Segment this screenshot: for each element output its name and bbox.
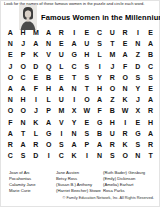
grid-cell-r9-c3[interactable]: K <box>30 117 43 128</box>
grid-cell-r6-c12[interactable]: E <box>144 83 157 94</box>
grid-cell-r4-c1[interactable]: J <box>4 61 17 72</box>
grid-cell-r6-c9[interactable]: O <box>106 83 119 94</box>
grid-cell-r11-c3[interactable]: R <box>30 139 43 150</box>
grid-cell-r9-c2[interactable]: N <box>17 117 30 128</box>
grid-cell-r3-c1[interactable]: E <box>4 49 17 60</box>
grid-cell-r5-c9[interactable]: R <box>106 72 119 83</box>
grid-cell-r2-c1[interactable]: N <box>4 38 17 49</box>
grid-cell-r12-c1[interactable]: C <box>4 150 17 161</box>
grid-cell-r1-c3[interactable]: M <box>30 27 43 38</box>
grid-cell-r11-c6[interactable]: A <box>68 139 81 150</box>
grid-cell-r6-c10[interactable]: N <box>119 83 132 94</box>
grid-cell-r7-c2[interactable]: H <box>17 94 30 105</box>
grid-cell-r1-c5[interactable]: R <box>55 27 68 38</box>
grid-cell-r10-c11[interactable]: G <box>132 128 145 139</box>
grid-cell-r7-c3[interactable]: I <box>30 94 43 105</box>
grid-cell-r1-c8[interactable]: C <box>93 27 106 38</box>
grid-cell-r4-c9[interactable]: J <box>106 61 119 72</box>
grid-cell-r5-c8[interactable]: Y <box>93 72 106 83</box>
grid-cell-r1-c9[interactable]: U <box>106 27 119 38</box>
grid-cell-r5-c1[interactable]: O <box>4 72 17 83</box>
grid-cell-r3-c10[interactable]: A <box>119 49 132 60</box>
grid-cell-r5-c11[interactable]: S <box>132 72 145 83</box>
grid-cell-r1-c12[interactable]: E <box>144 27 157 38</box>
grid-cell-r8-c12[interactable]: R <box>144 105 157 116</box>
grid-cell-r11-c11[interactable]: S <box>132 139 145 150</box>
grid-cell-r5-c7[interactable]: S <box>81 72 94 83</box>
grid-cell-r12-c7[interactable]: I <box>81 150 94 161</box>
grid-cell-r9-c4[interactable]: A <box>42 117 55 128</box>
grid-cell-r3-c4[interactable]: V <box>42 49 55 60</box>
grid-cell-r2-c12[interactable]: A <box>144 38 157 49</box>
grid-cell-r4-c8[interactable]: I <box>93 61 106 72</box>
grid-cell-r7-c10[interactable]: K <box>119 94 132 105</box>
grid-cell-r2-c11[interactable]: N <box>132 38 145 49</box>
grid-cell-r5-c4[interactable]: B <box>42 72 55 83</box>
word-list-item: Rosa Parks <box>103 188 157 194</box>
grid-cell-r6-c11[interactable]: Y <box>132 83 145 94</box>
grid-cell-r4-c2[interactable]: O <box>17 61 30 72</box>
grid-cell-r8-c3[interactable]: J <box>30 105 43 116</box>
grid-cell-r10-c2[interactable]: T <box>17 128 30 139</box>
grid-cell-r7-c1[interactable]: N <box>4 94 17 105</box>
grid-cell-r10-c6[interactable]: N <box>68 128 81 139</box>
grid-cell-r10-c8[interactable]: B <box>93 128 106 139</box>
grid-cell-r11-c9[interactable]: R <box>106 139 119 150</box>
grid-cell-r2-c3[interactable]: A <box>30 38 43 49</box>
word-list-column-2: Jane AustenBetsy Ross(Susan B.) Anthony(… <box>56 170 103 194</box>
grid-cell-r8-c10[interactable]: W <box>119 105 132 116</box>
grid-cell-r6-c1[interactable]: A <box>4 83 17 94</box>
grid-cell-r3-c8[interactable]: L <box>93 49 106 60</box>
grid-cell-r12-c8[interactable]: N <box>93 150 106 161</box>
word-list-column-1: Joan of ArcPocahontasCalamity JaneMarie … <box>9 170 56 194</box>
grid-cell-r10-c4[interactable]: G <box>42 128 55 139</box>
grid-cell-r8-c2[interactable]: O <box>17 105 30 116</box>
grid-cell-r4-c4[interactable]: Q <box>42 61 55 72</box>
grid-cell-r9-c10[interactable]: I <box>119 117 132 128</box>
word-list: Joan of ArcPocahontasCalamity JaneMarie … <box>9 170 157 194</box>
grid-cell-r1-c10[interactable]: R <box>119 27 132 38</box>
grid-cell-r4-c7[interactable]: S <box>81 61 94 72</box>
grid-cell-r10-c12[interactable]: A <box>144 128 157 139</box>
grid-cell-r2-c4[interactable]: N <box>42 38 55 49</box>
grid-cell-r3-c2[interactable]: P <box>17 49 30 60</box>
grid-cell-r4-c12[interactable]: C <box>144 61 157 72</box>
grid-cell-r12-c2[interactable]: S <box>17 150 30 161</box>
grid-cell-r7-c5[interactable]: U <box>55 94 68 105</box>
grid-cell-r3-c9[interactable]: M <box>106 49 119 60</box>
grid-cell-r2-c10[interactable]: E <box>119 38 132 49</box>
grid-cell-r12-c11[interactable]: N <box>132 150 145 161</box>
grid-cell-r12-c4[interactable]: I <box>42 150 55 161</box>
grid-cell-r6-c2[interactable]: A <box>17 83 30 94</box>
grid-cell-r9-c8[interactable]: G <box>93 117 106 128</box>
grid-cell-r11-c2[interactable]: A <box>17 139 30 150</box>
grid-cell-r9-c5[interactable]: V <box>55 117 68 128</box>
grid-cell-r2-c2[interactable]: J <box>17 38 30 49</box>
grid-cell-r4-c11[interactable]: D <box>132 61 145 72</box>
grid-cell-r11-c12[interactable]: R <box>144 139 157 150</box>
grid-cell-r1-c2[interactable]: H <box>17 27 30 38</box>
grid-cell-r5-c12[interactable]: S <box>144 72 157 83</box>
grid-cell-r10-c1[interactable]: A <box>4 128 17 139</box>
grid-cell-r2-c6[interactable]: A <box>68 38 81 49</box>
grid-cell-r7-c7[interactable]: O <box>81 94 94 105</box>
grid-cell-r9-c6[interactable]: Y <box>68 117 81 128</box>
worksheet-page: Look for the names of these famous women… <box>0 0 160 207</box>
grid-cell-r1-c4[interactable]: A <box>42 27 55 38</box>
grid-cell-r7-c11[interactable]: J <box>132 94 145 105</box>
grid-cell-r9-c11[interactable]: E <box>132 117 145 128</box>
grid-cell-r9-c7[interactable]: E <box>81 117 94 128</box>
grid-cell-r11-c7[interactable]: P <box>81 139 94 150</box>
copyright-text: © Family Education Network, Inc. All Rig… <box>63 196 154 200</box>
grid-cell-r3-c3[interactable]: K <box>30 49 43 60</box>
grid-cell-r5-c5[interactable]: E <box>55 72 68 83</box>
grid-cell-r12-c9[interactable]: S <box>106 150 119 161</box>
word-list-column-3: (Ruth Bader) Ginsburg(Emily) Dickinson(A… <box>103 170 157 194</box>
grid-cell-r2-c9[interactable]: T <box>106 38 119 49</box>
grid-cell-r8-c9[interactable]: B <box>106 105 119 116</box>
grid-cell-r1-c1[interactable]: A <box>4 27 17 38</box>
page-title: Famous Women in the Millennium <box>41 5 160 22</box>
grid-cell-r8-c5[interactable]: M <box>55 105 68 116</box>
grid-cell-r12-c6[interactable]: K <box>68 150 81 161</box>
grid-cell-r9-c9[interactable]: H <box>106 117 119 128</box>
grid-cell-r3-c6[interactable]: G <box>68 49 81 60</box>
word-list-item: Marie Curie <box>9 188 56 194</box>
grid-cell-r6-c8[interactable]: H <box>93 83 106 94</box>
grid-cell-r7-c8[interactable]: A <box>93 94 106 105</box>
grid-cell-r3-c5[interactable]: U <box>55 49 68 60</box>
grid-cell-r4-c10[interactable]: F <box>119 61 132 72</box>
grid-cell-r8-c11[interactable]: X <box>132 105 145 116</box>
grid-cell-r4-c3[interactable]: D <box>30 61 43 72</box>
grid-cell-r6-c4[interactable]: H <box>42 83 55 94</box>
grid-cell-r3-c12[interactable]: B <box>144 49 157 60</box>
grid-cell-r6-c5[interactable]: A <box>55 83 68 94</box>
grid-cell-r10-c5[interactable]: I <box>55 128 68 139</box>
grid-cell-r12-c5[interactable]: C <box>55 150 68 161</box>
grid-cell-r10-c7[interactable]: S <box>81 128 94 139</box>
grid-cell-r5-c3[interactable]: E <box>30 72 43 83</box>
grid-cell-r8-c4[interactable]: P <box>42 105 55 116</box>
grid-cell-r3-c7[interactable]: H <box>81 49 94 60</box>
grid-cell-r7-c12[interactable]: A <box>144 94 157 105</box>
grid-cell-r2-c8[interactable]: S <box>93 38 106 49</box>
grid-cell-r4-c5[interactable]: L <box>55 61 68 72</box>
grid-cell-r8-c6[interactable]: X <box>68 105 81 116</box>
grid-cell-r6-c7[interactable]: T <box>81 83 94 94</box>
word-list-item: (Harriet Beecher) Stowe <box>56 188 103 194</box>
grid-cell-r1-c7[interactable]: E <box>81 27 94 38</box>
word-search-grid: AHMARIECURIENJANEAUSTENAEPKVUGHLMAZBJODQ… <box>4 27 157 161</box>
grid-cell-r12-c10[interactable]: O <box>119 150 132 161</box>
grid-cell-r10-c3[interactable]: L <box>30 128 43 139</box>
grid-cell-r5-c10[interactable]: O <box>119 72 132 83</box>
grid-cell-r4-c6[interactable]: C <box>68 61 81 72</box>
grid-cell-r11-c5[interactable]: S <box>55 139 68 150</box>
grid-cell-r8-c1[interactable]: O <box>4 105 17 116</box>
grid-cell-r8-c7[interactable]: W <box>81 105 94 116</box>
grid-cell-r3-c11[interactable]: Z <box>132 49 145 60</box>
grid-cell-r8-c8[interactable]: F <box>93 105 106 116</box>
grid-cell-r2-c7[interactable]: U <box>81 38 94 49</box>
grid-cell-r7-c6[interactable]: I <box>68 94 81 105</box>
grid-cell-r11-c4[interactable]: O <box>42 139 55 150</box>
grid-cell-r9-c12[interactable]: H <box>144 117 157 128</box>
grid-cell-r1-c11[interactable]: I <box>132 27 145 38</box>
grid-cell-r11-c10[interactable]: K <box>119 139 132 150</box>
grid-cell-r5-c2[interactable]: C <box>17 72 30 83</box>
grid-cell-r6-c3[interactable]: F <box>30 83 43 94</box>
grid-cell-r6-c6[interactable]: N <box>68 83 81 94</box>
grid-cell-r10-c10[interactable]: R <box>119 128 132 139</box>
grid-cell-r10-c9[interactable]: U <box>106 128 119 139</box>
grid-cell-r2-c5[interactable]: E <box>55 38 68 49</box>
grid-cell-r5-c6[interactable]: T <box>68 72 81 83</box>
grid-cell-r7-c9[interactable]: Z <box>106 94 119 105</box>
grid-cell-r12-c3[interactable]: D <box>30 150 43 161</box>
grid-cell-r7-c4[interactable]: L <box>42 94 55 105</box>
grid-cell-r12-c12[interactable]: T <box>144 150 157 161</box>
grid-cell-r1-c6[interactable]: I <box>68 27 81 38</box>
grid-cell-r9-c1[interactable]: F <box>4 117 17 128</box>
grid-cell-r11-c8[interactable]: A <box>93 139 106 150</box>
grid-cell-r11-c1[interactable]: R <box>4 139 17 150</box>
